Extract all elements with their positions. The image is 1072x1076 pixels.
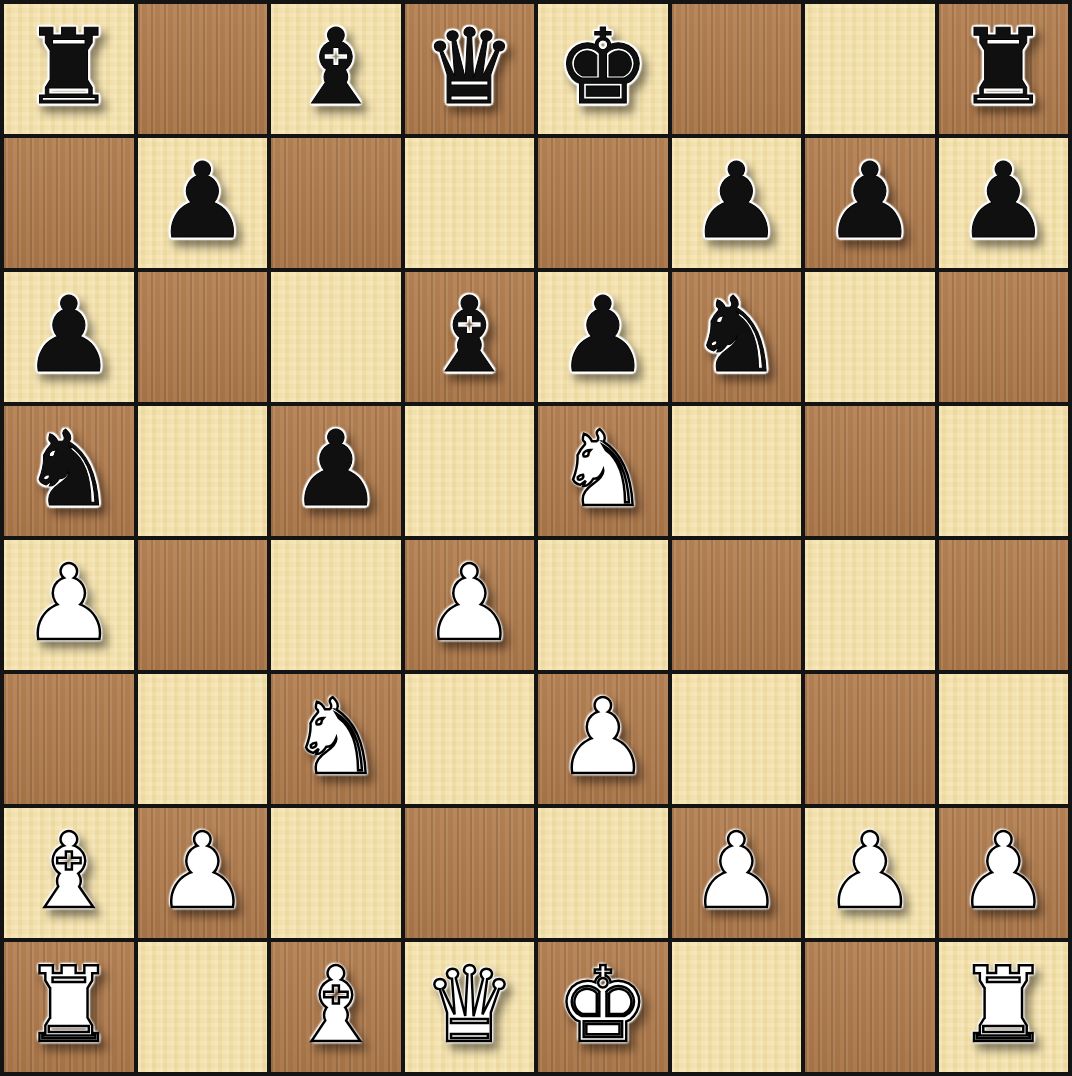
- square-g2[interactable]: ♟: [805, 808, 935, 938]
- chess-board: ♜♝♛♚♜♟♟♟♟♟♝♟♞♞♟♞♟♟♞♟♝♟♟♟♟♜♝♛♚♜: [0, 0, 1072, 1076]
- white-knight[interactable]: ♞: [556, 417, 649, 521]
- white-bishop[interactable]: ♝: [22, 819, 115, 923]
- white-pawn[interactable]: ♟: [22, 551, 115, 655]
- black-pawn[interactable]: ♟: [156, 149, 249, 253]
- square-b4[interactable]: [138, 540, 268, 670]
- square-a1[interactable]: ♜: [4, 942, 134, 1072]
- square-e8[interactable]: ♚: [538, 4, 668, 134]
- square-h1[interactable]: ♜: [939, 942, 1069, 1072]
- black-knight[interactable]: ♞: [690, 283, 783, 387]
- square-f1[interactable]: [672, 942, 802, 1072]
- square-f5[interactable]: [672, 406, 802, 536]
- white-rook[interactable]: ♜: [957, 953, 1050, 1057]
- black-queen[interactable]: ♛: [423, 15, 516, 119]
- white-pawn[interactable]: ♟: [690, 819, 783, 923]
- square-b1[interactable]: [138, 942, 268, 1072]
- white-bishop[interactable]: ♝: [289, 953, 382, 1057]
- black-pawn[interactable]: ♟: [690, 149, 783, 253]
- square-d8[interactable]: ♛: [405, 4, 535, 134]
- square-d4[interactable]: ♟: [405, 540, 535, 670]
- square-h2[interactable]: ♟: [939, 808, 1069, 938]
- square-a3[interactable]: [4, 674, 134, 804]
- square-f8[interactable]: [672, 4, 802, 134]
- square-f2[interactable]: ♟: [672, 808, 802, 938]
- square-f4[interactable]: [672, 540, 802, 670]
- square-a2[interactable]: ♝: [4, 808, 134, 938]
- square-h8[interactable]: ♜: [939, 4, 1069, 134]
- black-king[interactable]: ♚: [556, 15, 649, 119]
- black-pawn[interactable]: ♟: [823, 149, 916, 253]
- white-pawn[interactable]: ♟: [423, 551, 516, 655]
- square-h6[interactable]: [939, 272, 1069, 402]
- square-d2[interactable]: [405, 808, 535, 938]
- square-c6[interactable]: [271, 272, 401, 402]
- square-e6[interactable]: ♟: [538, 272, 668, 402]
- square-b6[interactable]: [138, 272, 268, 402]
- black-rook[interactable]: ♜: [22, 15, 115, 119]
- square-b7[interactable]: ♟: [138, 138, 268, 268]
- square-a5[interactable]: ♞: [4, 406, 134, 536]
- square-c1[interactable]: ♝: [271, 942, 401, 1072]
- square-b5[interactable]: [138, 406, 268, 536]
- square-e2[interactable]: [538, 808, 668, 938]
- square-g6[interactable]: [805, 272, 935, 402]
- square-e3[interactable]: ♟: [538, 674, 668, 804]
- square-e4[interactable]: [538, 540, 668, 670]
- white-rook[interactable]: ♜: [22, 953, 115, 1057]
- white-pawn[interactable]: ♟: [957, 819, 1050, 923]
- square-d7[interactable]: [405, 138, 535, 268]
- square-c5[interactable]: ♟: [271, 406, 401, 536]
- square-d1[interactable]: ♛: [405, 942, 535, 1072]
- square-c8[interactable]: ♝: [271, 4, 401, 134]
- square-d6[interactable]: ♝: [405, 272, 535, 402]
- square-e1[interactable]: ♚: [538, 942, 668, 1072]
- black-bishop[interactable]: ♝: [423, 283, 516, 387]
- white-pawn[interactable]: ♟: [823, 819, 916, 923]
- square-g8[interactable]: [805, 4, 935, 134]
- square-g3[interactable]: [805, 674, 935, 804]
- square-f7[interactable]: ♟: [672, 138, 802, 268]
- white-pawn[interactable]: ♟: [156, 819, 249, 923]
- square-h3[interactable]: [939, 674, 1069, 804]
- white-pawn[interactable]: ♟: [556, 685, 649, 789]
- square-c2[interactable]: [271, 808, 401, 938]
- square-e7[interactable]: [538, 138, 668, 268]
- black-bishop[interactable]: ♝: [289, 15, 382, 119]
- square-a7[interactable]: [4, 138, 134, 268]
- black-pawn[interactable]: ♟: [957, 149, 1050, 253]
- black-rook[interactable]: ♜: [957, 15, 1050, 119]
- square-d3[interactable]: [405, 674, 535, 804]
- square-a8[interactable]: ♜: [4, 4, 134, 134]
- white-king[interactable]: ♚: [556, 953, 649, 1057]
- black-knight[interactable]: ♞: [22, 417, 115, 521]
- square-f6[interactable]: ♞: [672, 272, 802, 402]
- square-g1[interactable]: [805, 942, 935, 1072]
- square-g7[interactable]: ♟: [805, 138, 935, 268]
- white-queen[interactable]: ♛: [423, 953, 516, 1057]
- square-g5[interactable]: [805, 406, 935, 536]
- square-b2[interactable]: ♟: [138, 808, 268, 938]
- square-b3[interactable]: [138, 674, 268, 804]
- square-c7[interactable]: [271, 138, 401, 268]
- square-a4[interactable]: ♟: [4, 540, 134, 670]
- square-c3[interactable]: ♞: [271, 674, 401, 804]
- square-f3[interactable]: [672, 674, 802, 804]
- square-h5[interactable]: [939, 406, 1069, 536]
- square-d5[interactable]: [405, 406, 535, 536]
- square-h7[interactable]: ♟: [939, 138, 1069, 268]
- white-knight[interactable]: ♞: [289, 685, 382, 789]
- square-e5[interactable]: ♞: [538, 406, 668, 536]
- black-pawn[interactable]: ♟: [289, 417, 382, 521]
- black-pawn[interactable]: ♟: [22, 283, 115, 387]
- square-a6[interactable]: ♟: [4, 272, 134, 402]
- black-pawn[interactable]: ♟: [556, 283, 649, 387]
- square-h4[interactable]: [939, 540, 1069, 670]
- square-g4[interactable]: [805, 540, 935, 670]
- square-b8[interactable]: [138, 4, 268, 134]
- square-c4[interactable]: [271, 540, 401, 670]
